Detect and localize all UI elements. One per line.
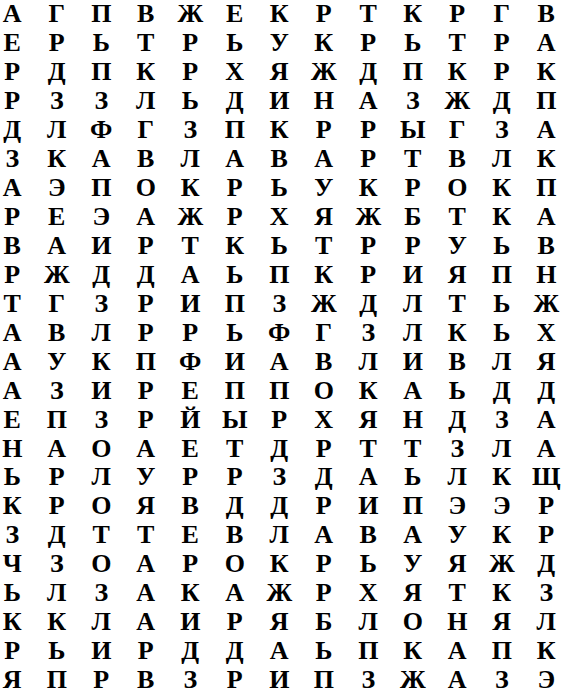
grid-cell[interactable]: Л [257, 521, 302, 550]
grid-cell[interactable]: Л [124, 87, 169, 116]
grid-cell[interactable]: Г [124, 116, 169, 145]
grid-cell[interactable]: Р [213, 174, 258, 203]
grid-cell[interactable]: Ь [257, 232, 302, 261]
grid-cell[interactable]: З [524, 579, 569, 608]
grid-cell[interactable]: З [35, 376, 80, 405]
grid-cell[interactable]: К [257, 0, 302, 29]
grid-cell[interactable]: Д [35, 521, 80, 550]
grid-cell[interactable]: П [480, 637, 525, 666]
grid-cell[interactable]: Т [0, 289, 35, 318]
grid-cell[interactable]: Ы [391, 116, 436, 145]
grid-cell[interactable]: В [124, 666, 169, 695]
grid-cell[interactable]: Р [346, 260, 391, 289]
grid-cell[interactable]: К [524, 58, 569, 87]
grid-cell[interactable]: Н [0, 434, 35, 463]
grid-cell[interactable]: Г [302, 318, 347, 347]
grid-cell[interactable]: Х [346, 579, 391, 608]
grid-cell[interactable]: В [524, 232, 569, 261]
grid-cell[interactable]: Е [35, 203, 80, 232]
grid-cell[interactable]: П [302, 666, 347, 695]
grid-cell[interactable]: Ж [391, 666, 436, 695]
grid-cell[interactable]: Ь [257, 174, 302, 203]
grid-cell[interactable]: Р [302, 550, 347, 579]
grid-cell[interactable]: Ь [79, 29, 124, 58]
grid-cell[interactable]: А [79, 145, 124, 174]
grid-cell[interactable]: О [391, 608, 436, 637]
grid-cell[interactable]: Р [346, 145, 391, 174]
grid-cell[interactable]: К [257, 116, 302, 145]
grid-cell[interactable]: Д [480, 87, 525, 116]
grid-cell[interactable]: О [124, 174, 169, 203]
grid-cell[interactable]: В [124, 145, 169, 174]
grid-cell[interactable]: Р [35, 492, 80, 521]
grid-cell[interactable]: Л [480, 145, 525, 174]
grid-cell[interactable]: З [346, 318, 391, 347]
grid-cell[interactable]: В [257, 145, 302, 174]
grid-cell[interactable]: Л [79, 318, 124, 347]
grid-cell[interactable]: П [213, 376, 258, 405]
grid-cell[interactable]: Д [124, 260, 169, 289]
grid-cell[interactable]: Р [0, 203, 35, 232]
grid-cell[interactable]: У [124, 463, 169, 492]
grid-cell[interactable]: Р [0, 260, 35, 289]
grid-cell[interactable]: Р [0, 637, 35, 666]
grid-cell[interactable]: Я [257, 608, 302, 637]
grid-cell[interactable]: Е [168, 521, 213, 550]
grid-cell[interactable]: Е [168, 434, 213, 463]
grid-cell[interactable]: Ж [35, 260, 80, 289]
grid-cell[interactable]: К [524, 637, 569, 666]
grid-cell[interactable]: А [35, 434, 80, 463]
grid-cell[interactable]: Д [213, 87, 258, 116]
grid-cell[interactable]: А [124, 550, 169, 579]
grid-cell[interactable]: Л [391, 318, 436, 347]
grid-cell[interactable]: Л [35, 116, 80, 145]
grid-cell[interactable]: Д [79, 260, 124, 289]
grid-cell[interactable]: Х [524, 318, 569, 347]
grid-cell[interactable]: Б [391, 203, 436, 232]
grid-cell[interactable]: З [168, 666, 213, 695]
grid-cell[interactable]: Ь [35, 637, 80, 666]
grid-cell[interactable]: А [0, 318, 35, 347]
grid-cell[interactable]: О [79, 550, 124, 579]
grid-cell[interactable]: П [35, 666, 80, 695]
grid-cell[interactable]: И [257, 87, 302, 116]
grid-cell[interactable]: К [124, 58, 169, 87]
grid-cell[interactable]: Э [435, 492, 480, 521]
grid-cell[interactable]: Л [79, 608, 124, 637]
grid-cell[interactable]: Р [213, 608, 258, 637]
grid-cell[interactable]: К [168, 174, 213, 203]
grid-cell[interactable]: Н [435, 608, 480, 637]
grid-cell[interactable]: Ф [79, 116, 124, 145]
grid-cell[interactable]: Щ [524, 463, 569, 492]
grid-cell[interactable]: К [524, 145, 569, 174]
grid-cell[interactable]: А [124, 579, 169, 608]
grid-cell[interactable]: А [524, 434, 569, 463]
grid-cell[interactable]: П [124, 347, 169, 376]
grid-cell[interactable]: В [213, 521, 258, 550]
grid-cell[interactable]: А [524, 405, 569, 434]
grid-cell[interactable]: Я [124, 492, 169, 521]
grid-cell[interactable]: Д [257, 492, 302, 521]
grid-cell[interactable]: Ф [168, 347, 213, 376]
grid-cell[interactable]: Ж [168, 203, 213, 232]
grid-cell[interactable]: К [435, 58, 480, 87]
grid-cell[interactable]: И [391, 347, 436, 376]
grid-cell[interactable]: И [391, 260, 436, 289]
grid-cell[interactable]: А [435, 637, 480, 666]
grid-cell[interactable]: Т [213, 434, 258, 463]
grid-cell[interactable]: П [346, 637, 391, 666]
grid-cell[interactable]: О [302, 376, 347, 405]
grid-cell[interactable]: Р [124, 289, 169, 318]
grid-cell[interactable]: Е [213, 0, 258, 29]
grid-cell[interactable]: А [346, 87, 391, 116]
grid-cell[interactable]: Л [35, 579, 80, 608]
grid-cell[interactable]: Л [480, 434, 525, 463]
grid-cell[interactable]: А [0, 347, 35, 376]
grid-cell[interactable]: Д [524, 376, 569, 405]
grid-cell[interactable]: П [213, 289, 258, 318]
grid-cell[interactable]: Ж [435, 87, 480, 116]
grid-cell[interactable]: Р [168, 58, 213, 87]
grid-cell[interactable]: Р [124, 232, 169, 261]
grid-cell[interactable]: И [168, 289, 213, 318]
grid-cell[interactable]: Д [213, 637, 258, 666]
grid-cell[interactable]: Я [435, 260, 480, 289]
grid-cell[interactable]: Р [391, 232, 436, 261]
grid-cell[interactable]: К [480, 174, 525, 203]
grid-cell[interactable]: Р [480, 58, 525, 87]
grid-cell[interactable]: Д [35, 58, 80, 87]
grid-cell[interactable]: З [435, 434, 480, 463]
grid-cell[interactable]: Т [435, 29, 480, 58]
grid-cell[interactable]: Ж [302, 289, 347, 318]
grid-cell[interactable]: З [480, 405, 525, 434]
grid-cell[interactable]: Я [391, 579, 436, 608]
grid-cell[interactable]: К [168, 579, 213, 608]
grid-cell[interactable]: Ь [213, 29, 258, 58]
grid-cell[interactable]: Р [168, 29, 213, 58]
grid-cell[interactable]: П [524, 87, 569, 116]
grid-cell[interactable]: П [480, 260, 525, 289]
grid-cell[interactable]: Р [168, 550, 213, 579]
grid-cell[interactable]: В [524, 0, 569, 29]
grid-cell[interactable]: А [213, 145, 258, 174]
grid-cell[interactable]: З [257, 289, 302, 318]
grid-cell[interactable]: Е [168, 376, 213, 405]
grid-cell[interactable]: Ч [0, 550, 35, 579]
grid-cell[interactable]: Т [435, 579, 480, 608]
grid-cell[interactable]: Р [302, 0, 347, 29]
grid-cell[interactable]: Ь [0, 463, 35, 492]
grid-cell[interactable]: Л [79, 463, 124, 492]
grid-cell[interactable]: Р [168, 463, 213, 492]
grid-cell[interactable]: А [435, 666, 480, 695]
grid-cell[interactable]: В [302, 347, 347, 376]
grid-cell[interactable]: П [524, 174, 569, 203]
grid-cell[interactable]: Т [124, 521, 169, 550]
grid-cell[interactable]: З [168, 116, 213, 145]
grid-cell[interactable]: Д [480, 376, 525, 405]
grid-cell[interactable]: Р [0, 87, 35, 116]
grid-cell[interactable]: Ь [346, 550, 391, 579]
grid-cell[interactable]: Р [346, 116, 391, 145]
grid-cell[interactable]: А [168, 260, 213, 289]
grid-cell[interactable]: А [0, 174, 35, 203]
grid-cell[interactable]: Т [391, 434, 436, 463]
grid-cell[interactable]: У [435, 232, 480, 261]
grid-cell[interactable]: К [346, 376, 391, 405]
grid-cell[interactable]: Р [213, 463, 258, 492]
grid-cell[interactable]: Я [302, 203, 347, 232]
grid-cell[interactable]: И [79, 637, 124, 666]
grid-cell[interactable]: Т [124, 29, 169, 58]
grid-cell[interactable]: З [391, 87, 436, 116]
grid-cell[interactable]: Д [257, 434, 302, 463]
grid-cell[interactable]: Я [435, 550, 480, 579]
grid-cell[interactable]: Р [302, 434, 347, 463]
grid-cell[interactable]: А [524, 203, 569, 232]
grid-cell[interactable]: П [79, 0, 124, 29]
grid-cell[interactable]: У [257, 29, 302, 58]
grid-cell[interactable]: Д [213, 492, 258, 521]
grid-cell[interactable]: Н [302, 87, 347, 116]
grid-cell[interactable]: Р [435, 0, 480, 29]
grid-cell[interactable]: Т [346, 434, 391, 463]
grid-cell[interactable]: Р [0, 58, 35, 87]
grid-cell[interactable]: П [35, 405, 80, 434]
grid-cell[interactable]: П [257, 376, 302, 405]
grid-cell[interactable]: О [435, 174, 480, 203]
grid-cell[interactable]: Т [302, 232, 347, 261]
grid-cell[interactable]: У [35, 347, 80, 376]
grid-cell[interactable]: К [302, 260, 347, 289]
grid-cell[interactable]: И [346, 492, 391, 521]
grid-cell[interactable]: Ь [213, 260, 258, 289]
grid-cell[interactable]: Ь [213, 318, 258, 347]
grid-cell[interactable]: Ь [391, 463, 436, 492]
grid-cell[interactable]: Г [35, 0, 80, 29]
grid-cell[interactable]: А [346, 463, 391, 492]
grid-cell[interactable]: Р [124, 376, 169, 405]
grid-cell[interactable]: И [79, 376, 124, 405]
grid-cell[interactable]: Д [435, 405, 480, 434]
grid-cell[interactable]: И [257, 666, 302, 695]
grid-cell[interactable]: Ь [480, 318, 525, 347]
grid-cell[interactable]: А [524, 116, 569, 145]
grid-cell[interactable]: Ж [168, 0, 213, 29]
grid-cell[interactable]: Х [257, 203, 302, 232]
grid-cell[interactable]: Р [257, 405, 302, 434]
grid-cell[interactable]: Л [524, 608, 569, 637]
grid-cell[interactable]: К [213, 232, 258, 261]
grid-cell[interactable]: И [213, 347, 258, 376]
grid-cell[interactable]: Х [213, 58, 258, 87]
grid-cell[interactable]: В [435, 145, 480, 174]
grid-cell[interactable]: В [35, 318, 80, 347]
grid-cell[interactable]: О [79, 492, 124, 521]
grid-cell[interactable]: Р [35, 463, 80, 492]
grid-cell[interactable]: Р [524, 492, 569, 521]
grid-cell[interactable]: Ь [480, 289, 525, 318]
grid-cell[interactable]: К [480, 203, 525, 232]
grid-cell[interactable]: Г [35, 289, 80, 318]
grid-cell[interactable]: К [35, 608, 80, 637]
grid-cell[interactable]: Е [0, 29, 35, 58]
grid-cell[interactable]: Л [346, 608, 391, 637]
grid-cell[interactable]: Я [0, 666, 35, 695]
grid-cell[interactable]: Р [524, 521, 569, 550]
grid-cell[interactable]: К [480, 521, 525, 550]
grid-cell[interactable]: З [35, 87, 80, 116]
grid-cell[interactable]: Л [168, 145, 213, 174]
grid-cell[interactable]: Р [213, 666, 258, 695]
grid-cell[interactable]: О [79, 434, 124, 463]
grid-cell[interactable]: П [79, 174, 124, 203]
grid-cell[interactable]: В [346, 521, 391, 550]
grid-cell[interactable]: Р [124, 637, 169, 666]
grid-cell[interactable]: Т [168, 232, 213, 261]
grid-cell[interactable]: К [0, 492, 35, 521]
grid-cell[interactable]: Ь [0, 579, 35, 608]
grid-cell[interactable]: Т [391, 145, 436, 174]
grid-cell[interactable]: К [79, 347, 124, 376]
grid-cell[interactable]: А [35, 232, 80, 261]
grid-cell[interactable]: Я [346, 405, 391, 434]
grid-cell[interactable]: Р [346, 29, 391, 58]
grid-cell[interactable]: У [435, 521, 480, 550]
grid-cell[interactable]: Г [480, 0, 525, 29]
grid-cell[interactable]: З [35, 550, 80, 579]
grid-cell[interactable]: У [391, 550, 436, 579]
grid-cell[interactable]: А [391, 521, 436, 550]
grid-cell[interactable]: Ь [480, 232, 525, 261]
grid-cell[interactable]: А [124, 203, 169, 232]
grid-cell[interactable]: Х [302, 405, 347, 434]
grid-cell[interactable]: Л [391, 289, 436, 318]
grid-cell[interactable]: Э [79, 203, 124, 232]
grid-cell[interactable]: А [302, 145, 347, 174]
grid-cell[interactable]: В [124, 0, 169, 29]
grid-cell[interactable]: Н [391, 405, 436, 434]
grid-cell[interactable]: З [0, 521, 35, 550]
grid-cell[interactable]: Ы [213, 405, 258, 434]
grid-cell[interactable]: А [524, 29, 569, 58]
grid-cell[interactable]: З [346, 666, 391, 695]
grid-cell[interactable]: П [257, 260, 302, 289]
grid-cell[interactable]: З [79, 87, 124, 116]
grid-cell[interactable]: Я [257, 58, 302, 87]
grid-cell[interactable]: Ь [391, 29, 436, 58]
grid-cell[interactable]: Т [346, 0, 391, 29]
grid-cell[interactable]: Р [79, 666, 124, 695]
grid-cell[interactable]: Я [524, 347, 569, 376]
grid-cell[interactable]: Д [168, 637, 213, 666]
grid-cell[interactable]: Л [435, 463, 480, 492]
grid-cell[interactable]: Н [524, 260, 569, 289]
grid-cell[interactable]: А [124, 608, 169, 637]
grid-cell[interactable]: Ж [346, 203, 391, 232]
grid-cell[interactable]: А [391, 376, 436, 405]
grid-cell[interactable]: Р [302, 492, 347, 521]
grid-cell[interactable]: Д [346, 289, 391, 318]
grid-cell[interactable]: Я [480, 608, 525, 637]
grid-cell[interactable]: К [391, 637, 436, 666]
grid-cell[interactable]: З [480, 116, 525, 145]
grid-cell[interactable]: Ж [480, 550, 525, 579]
grid-cell[interactable]: А [257, 637, 302, 666]
grid-cell[interactable]: А [0, 376, 35, 405]
grid-cell[interactable]: Д [0, 116, 35, 145]
grid-cell[interactable]: Ф [257, 318, 302, 347]
grid-cell[interactable]: И [79, 232, 124, 261]
grid-cell[interactable]: Э [35, 174, 80, 203]
grid-cell[interactable]: Р [480, 29, 525, 58]
grid-cell[interactable]: Р [346, 232, 391, 261]
grid-cell[interactable]: П [391, 58, 436, 87]
grid-cell[interactable]: К [257, 550, 302, 579]
grid-cell[interactable]: Ж [257, 579, 302, 608]
grid-cell[interactable]: Ж [524, 289, 569, 318]
grid-cell[interactable]: К [346, 174, 391, 203]
grid-cell[interactable]: Л [346, 347, 391, 376]
grid-cell[interactable]: Р [35, 29, 80, 58]
grid-cell[interactable]: Р [391, 174, 436, 203]
grid-cell[interactable]: Р [302, 579, 347, 608]
grid-cell[interactable]: П [213, 116, 258, 145]
grid-cell[interactable]: К [480, 463, 525, 492]
grid-cell[interactable]: А [0, 0, 35, 29]
grid-cell[interactable]: К [480, 579, 525, 608]
grid-cell[interactable]: Ь [168, 87, 213, 116]
grid-cell[interactable]: Д [524, 550, 569, 579]
grid-cell[interactable]: И [168, 608, 213, 637]
grid-cell[interactable]: Э [524, 666, 569, 695]
grid-cell[interactable]: П [391, 492, 436, 521]
grid-cell[interactable]: А [257, 347, 302, 376]
grid-cell[interactable]: Т [435, 289, 480, 318]
grid-cell[interactable]: К [302, 29, 347, 58]
grid-cell[interactable]: К [0, 608, 35, 637]
grid-cell[interactable]: Ь [302, 637, 347, 666]
grid-cell[interactable]: П [79, 58, 124, 87]
grid-cell[interactable]: Р [168, 318, 213, 347]
grid-cell[interactable]: З [79, 289, 124, 318]
grid-cell[interactable]: З [257, 463, 302, 492]
grid-cell[interactable]: Т [435, 203, 480, 232]
grid-cell[interactable]: З [79, 405, 124, 434]
grid-cell[interactable]: Т [79, 521, 124, 550]
grid-cell[interactable]: Д [302, 463, 347, 492]
grid-cell[interactable]: В [0, 232, 35, 261]
grid-cell[interactable]: З [0, 145, 35, 174]
grid-cell[interactable]: Ь [435, 376, 480, 405]
grid-cell[interactable]: К [35, 145, 80, 174]
grid-cell[interactable]: А [124, 434, 169, 463]
grid-cell[interactable]: Р [213, 203, 258, 232]
grid-cell[interactable]: Б [302, 608, 347, 637]
grid-cell[interactable]: В [435, 347, 480, 376]
grid-cell[interactable]: Г [435, 116, 480, 145]
grid-cell[interactable]: О [213, 550, 258, 579]
grid-cell[interactable]: Д [346, 58, 391, 87]
grid-cell[interactable]: У [302, 174, 347, 203]
grid-cell[interactable]: Р [124, 318, 169, 347]
grid-cell[interactable]: Р [124, 405, 169, 434]
grid-cell[interactable]: Е [0, 405, 35, 434]
